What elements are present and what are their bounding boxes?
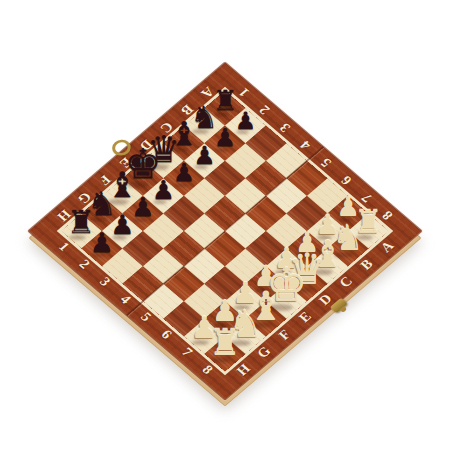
- pieces-layer: ♜♞♝♚♛♝♞♜♟♟♟♟♟♟♟♟♟♟♟♟♟♟♟♟♜♞♝♚♛♝♞♜: [0, 0, 450, 450]
- piece-black-pawn-h2[interactable]: ♟: [88, 229, 115, 256]
- piece-white-rook-h8[interactable]: ♜: [207, 325, 243, 361]
- product-photo: HGFEDCBAHGFEDCBA1234567812345678 ♜♞♝♚♛♝♞…: [0, 0, 450, 450]
